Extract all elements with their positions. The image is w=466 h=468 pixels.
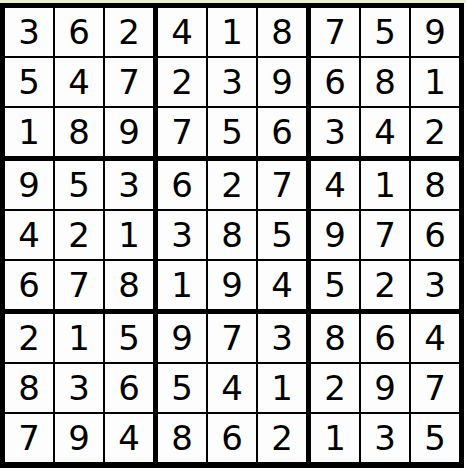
cell-r3c1[interactable]: 1	[5, 108, 55, 161]
cell-r1c2[interactable]: 6	[55, 8, 105, 58]
cell-r4c6[interactable]: 7	[258, 161, 311, 211]
cell-r6c8[interactable]: 2	[361, 261, 411, 314]
cell-r9c3[interactable]: 4	[105, 414, 158, 462]
cell-r3c6[interactable]: 6	[258, 108, 311, 161]
cell-r7c5[interactable]: 7	[208, 314, 258, 364]
cell-r9c1[interactable]: 7	[5, 414, 55, 462]
cell-r2c8[interactable]: 8	[361, 58, 411, 108]
cell-r9c5[interactable]: 6	[208, 414, 258, 462]
cell-r7c2[interactable]: 1	[55, 314, 105, 364]
cell-r3c5[interactable]: 5	[208, 108, 258, 161]
cell-r1c3[interactable]: 2	[105, 8, 158, 58]
cell-r4c4[interactable]: 6	[158, 161, 208, 211]
cell-r8c8[interactable]: 9	[361, 364, 411, 414]
cell-r4c7[interactable]: 4	[311, 161, 361, 211]
cell-r9c7[interactable]: 1	[311, 414, 361, 462]
cell-r3c2[interactable]: 8	[55, 108, 105, 161]
cell-r3c8[interactable]: 4	[361, 108, 411, 161]
cell-r5c7[interactable]: 9	[311, 211, 361, 261]
cell-r3c3[interactable]: 9	[105, 108, 158, 161]
cell-r9c2[interactable]: 9	[55, 414, 105, 462]
cell-r6c5[interactable]: 9	[208, 261, 258, 314]
cell-r4c8[interactable]: 1	[361, 161, 411, 211]
cell-r2c7[interactable]: 6	[311, 58, 361, 108]
cell-r2c5[interactable]: 3	[208, 58, 258, 108]
cell-r4c2[interactable]: 5	[55, 161, 105, 211]
cell-r6c2[interactable]: 7	[55, 261, 105, 314]
cell-r8c2[interactable]: 3	[55, 364, 105, 414]
cell-r5c4[interactable]: 3	[158, 211, 208, 261]
sudoku-page: 3624187595472396811897563429536274184213…	[0, 0, 466, 468]
cell-r7c6[interactable]: 3	[258, 314, 311, 364]
cell-r8c3[interactable]: 6	[105, 364, 158, 414]
cell-r6c4[interactable]: 1	[158, 261, 208, 314]
cell-r4c1[interactable]: 9	[5, 161, 55, 211]
sudoku-board: 3624187595472396811897563429536274184213…	[0, 3, 464, 468]
cell-r7c9[interactable]: 4	[411, 314, 459, 364]
cell-r8c4[interactable]: 5	[158, 364, 208, 414]
cell-r4c5[interactable]: 2	[208, 161, 258, 211]
cell-r1c9[interactable]: 9	[411, 8, 459, 58]
cell-r5c3[interactable]: 1	[105, 211, 158, 261]
cell-r2c9[interactable]: 1	[411, 58, 459, 108]
cell-r5c6[interactable]: 5	[258, 211, 311, 261]
cell-r7c4[interactable]: 9	[158, 314, 208, 364]
cell-r4c9[interactable]: 8	[411, 161, 459, 211]
cell-r5c2[interactable]: 2	[55, 211, 105, 261]
cell-r8c7[interactable]: 2	[311, 364, 361, 414]
cell-r6c1[interactable]: 6	[5, 261, 55, 314]
cell-r4c3[interactable]: 3	[105, 161, 158, 211]
cell-r5c8[interactable]: 7	[361, 211, 411, 261]
cell-r8c9[interactable]: 7	[411, 364, 459, 414]
cell-r5c1[interactable]: 4	[5, 211, 55, 261]
cell-r6c9[interactable]: 3	[411, 261, 459, 314]
cell-r1c7[interactable]: 7	[311, 8, 361, 58]
cell-r9c8[interactable]: 3	[361, 414, 411, 462]
cell-r9c6[interactable]: 2	[258, 414, 311, 462]
cell-r1c8[interactable]: 5	[361, 8, 411, 58]
cell-r9c9[interactable]: 5	[411, 414, 459, 462]
cell-r7c3[interactable]: 5	[105, 314, 158, 364]
cell-r1c1[interactable]: 3	[5, 8, 55, 58]
cell-r2c3[interactable]: 7	[105, 58, 158, 108]
cell-r1c4[interactable]: 4	[158, 8, 208, 58]
cell-r5c5[interactable]: 8	[208, 211, 258, 261]
cell-r3c4[interactable]: 7	[158, 108, 208, 161]
cell-r8c5[interactable]: 4	[208, 364, 258, 414]
cell-r2c6[interactable]: 9	[258, 58, 311, 108]
cell-r6c7[interactable]: 5	[311, 261, 361, 314]
cell-r7c8[interactable]: 6	[361, 314, 411, 364]
cell-r5c9[interactable]: 6	[411, 211, 459, 261]
cell-r9c4[interactable]: 8	[158, 414, 208, 462]
cell-r2c1[interactable]: 5	[5, 58, 55, 108]
cell-r8c6[interactable]: 1	[258, 364, 311, 414]
cell-r8c1[interactable]: 8	[5, 364, 55, 414]
cell-r2c4[interactable]: 2	[158, 58, 208, 108]
cell-r3c9[interactable]: 2	[411, 108, 459, 161]
cell-r7c1[interactable]: 2	[5, 314, 55, 364]
cell-r6c3[interactable]: 8	[105, 261, 158, 314]
cell-r3c7[interactable]: 3	[311, 108, 361, 161]
cell-r2c2[interactable]: 4	[55, 58, 105, 108]
cell-r7c7[interactable]: 8	[311, 314, 361, 364]
cell-r1c6[interactable]: 8	[258, 8, 311, 58]
cell-r6c6[interactable]: 4	[258, 261, 311, 314]
cell-r1c5[interactable]: 1	[208, 8, 258, 58]
